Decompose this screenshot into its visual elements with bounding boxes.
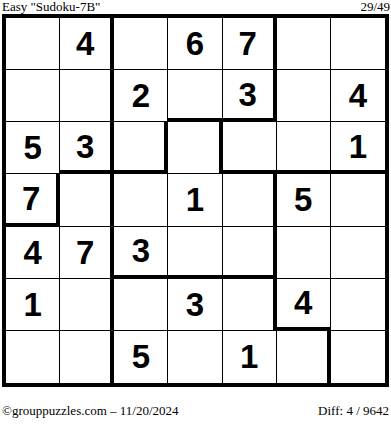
cell-r3c7[interactable]: 1 bbox=[331, 122, 385, 174]
cell-r3c1[interactable]: 5 bbox=[6, 122, 60, 174]
cell-r1c6[interactable] bbox=[277, 18, 331, 70]
cell-r5c3[interactable]: 3 bbox=[114, 227, 168, 279]
cell-r2c2[interactable] bbox=[60, 70, 114, 122]
cell-r2c6[interactable] bbox=[277, 70, 331, 122]
cell-r6c3[interactable] bbox=[114, 279, 168, 331]
cell-r3c4[interactable] bbox=[168, 122, 222, 174]
puzzle-title: Easy "Sudoku-7B" bbox=[2, 0, 100, 15]
cell-r4c4[interactable]: 1 bbox=[168, 174, 222, 226]
cell-r4c2[interactable] bbox=[60, 174, 114, 226]
cell-r5c5[interactable] bbox=[223, 227, 277, 279]
cell-r6c5[interactable] bbox=[223, 279, 277, 331]
cell-r6c6[interactable]: 4 bbox=[277, 279, 331, 331]
cell-r6c2[interactable] bbox=[60, 279, 114, 331]
cell-r3c5[interactable] bbox=[223, 122, 277, 174]
cell-r4c1[interactable]: 7 bbox=[6, 174, 60, 226]
cell-r7c5[interactable]: 1 bbox=[223, 331, 277, 383]
cell-r4c6[interactable]: 5 bbox=[277, 174, 331, 226]
cell-r3c3[interactable] bbox=[114, 122, 168, 174]
cell-r4c5[interactable] bbox=[223, 174, 277, 226]
cell-r2c3[interactable]: 2 bbox=[114, 70, 168, 122]
cell-r4c7[interactable] bbox=[331, 174, 385, 226]
cell-r5c6[interactable] bbox=[277, 227, 331, 279]
cell-r7c1[interactable] bbox=[6, 331, 60, 383]
difficulty-label: Diff: 4 / 9642 bbox=[318, 403, 389, 419]
progress-counter: 29/49 bbox=[360, 0, 390, 15]
cell-r4c3[interactable] bbox=[114, 174, 168, 226]
cell-r3c2[interactable]: 3 bbox=[60, 122, 114, 174]
cell-r5c2[interactable]: 7 bbox=[60, 227, 114, 279]
cell-r7c7[interactable] bbox=[331, 331, 385, 383]
cell-r5c4[interactable] bbox=[168, 227, 222, 279]
cell-r2c1[interactable] bbox=[6, 70, 60, 122]
cell-r2c5[interactable]: 3 bbox=[223, 70, 277, 122]
cell-r5c1[interactable]: 4 bbox=[6, 227, 60, 279]
cell-r6c1[interactable]: 1 bbox=[6, 279, 60, 331]
sudoku-board: 46723453171547313451 bbox=[2, 14, 389, 387]
cell-r7c4[interactable] bbox=[168, 331, 222, 383]
cell-r6c7[interactable] bbox=[331, 279, 385, 331]
cell-r1c3[interactable] bbox=[114, 18, 168, 70]
cell-r5c7[interactable] bbox=[331, 227, 385, 279]
copyright-date: ©grouppuzzles.com – 11/20/2024 bbox=[2, 403, 179, 419]
cell-r1c1[interactable] bbox=[6, 18, 60, 70]
cell-r1c5[interactable]: 7 bbox=[223, 18, 277, 70]
cell-r3c6[interactable] bbox=[277, 122, 331, 174]
cell-r7c6[interactable] bbox=[277, 331, 331, 383]
cell-r7c2[interactable] bbox=[60, 331, 114, 383]
cell-r7c3[interactable]: 5 bbox=[114, 331, 168, 383]
cell-r1c7[interactable] bbox=[331, 18, 385, 70]
cell-r1c2[interactable]: 4 bbox=[60, 18, 114, 70]
cell-r2c4[interactable] bbox=[168, 70, 222, 122]
cell-r2c7[interactable]: 4 bbox=[331, 70, 385, 122]
cell-r1c4[interactable]: 6 bbox=[168, 18, 222, 70]
cell-r6c4[interactable]: 3 bbox=[168, 279, 222, 331]
